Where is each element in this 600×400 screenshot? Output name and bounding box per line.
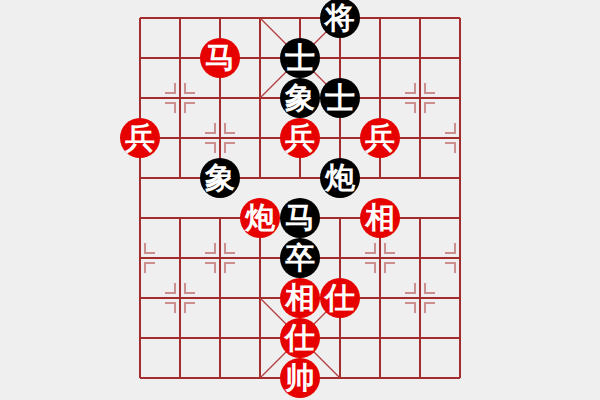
red-advisor[interactable]: 仕 [320, 278, 360, 318]
board-point-1-1[interactable] [160, 38, 200, 78]
board-point-8-9[interactable] [440, 358, 480, 398]
board-point-5-0[interactable]: 将 [320, 0, 360, 38]
board-point-8-3[interactable] [440, 118, 480, 158]
board-point-2-1[interactable]: 马 [200, 38, 240, 78]
board-point-7-0[interactable] [400, 0, 440, 38]
red-cannon[interactable]: 炮 [240, 198, 280, 238]
board-point-3-9[interactable] [240, 358, 280, 398]
board-point-8-4[interactable] [440, 158, 480, 198]
board-point-0-3[interactable]: 兵 [120, 118, 160, 158]
board-point-8-5[interactable] [440, 198, 480, 238]
board-point-2-8[interactable] [200, 318, 240, 358]
board-point-5-4[interactable]: 炮 [320, 158, 360, 198]
board-point-4-8[interactable]: 仕 [280, 318, 320, 358]
board-point-1-5[interactable] [160, 198, 200, 238]
black-advisor[interactable]: 士 [320, 78, 360, 118]
board-point-6-2[interactable] [360, 78, 400, 118]
board-point-2-7[interactable] [200, 278, 240, 318]
board-point-4-6[interactable]: 卒 [280, 238, 320, 278]
board-point-0-1[interactable] [120, 38, 160, 78]
board-point-8-7[interactable] [440, 278, 480, 318]
board-point-1-8[interactable] [160, 318, 200, 358]
board-point-3-5[interactable]: 炮 [240, 198, 280, 238]
red-elephant[interactable]: 相 [280, 278, 320, 318]
board-point-6-4[interactable] [360, 158, 400, 198]
board-point-0-2[interactable] [120, 78, 160, 118]
board-point-4-9[interactable]: 帅 [280, 358, 320, 398]
board-point-1-4[interactable] [160, 158, 200, 198]
board-point-5-6[interactable] [320, 238, 360, 278]
board-point-5-9[interactable] [320, 358, 360, 398]
board-point-1-3[interactable] [160, 118, 200, 158]
board-point-4-4[interactable] [280, 158, 320, 198]
board-point-7-8[interactable] [400, 318, 440, 358]
board-point-6-1[interactable] [360, 38, 400, 78]
board-point-8-6[interactable] [440, 238, 480, 278]
black-elephant[interactable]: 象 [280, 78, 320, 118]
board-point-4-2[interactable]: 象 [280, 78, 320, 118]
board-point-5-5[interactable] [320, 198, 360, 238]
board-point-0-9[interactable] [120, 358, 160, 398]
board-point-4-3[interactable]: 兵 [280, 118, 320, 158]
board-point-2-3[interactable] [200, 118, 240, 158]
red-pawn[interactable]: 兵 [360, 118, 400, 158]
board-point-0-5[interactable] [120, 198, 160, 238]
red-horse[interactable]: 马 [200, 38, 240, 78]
board-point-6-0[interactable] [360, 0, 400, 38]
board-point-2-5[interactable] [200, 198, 240, 238]
board-point-7-4[interactable] [400, 158, 440, 198]
board-point-6-7[interactable] [360, 278, 400, 318]
board-point-5-2[interactable]: 士 [320, 78, 360, 118]
red-pawn[interactable]: 兵 [120, 118, 160, 158]
board-point-3-8[interactable] [240, 318, 280, 358]
board-point-5-7[interactable]: 仕 [320, 278, 360, 318]
board-point-4-5[interactable]: 马 [280, 198, 320, 238]
board-point-1-2[interactable] [160, 78, 200, 118]
board-point-1-9[interactable] [160, 358, 200, 398]
board-point-1-7[interactable] [160, 278, 200, 318]
board-point-0-0[interactable] [120, 0, 160, 38]
red-general[interactable]: 帅 [280, 358, 320, 398]
board-point-8-8[interactable] [440, 318, 480, 358]
board-point-6-9[interactable] [360, 358, 400, 398]
board-point-7-2[interactable] [400, 78, 440, 118]
board-point-3-3[interactable] [240, 118, 280, 158]
board-point-1-0[interactable] [160, 0, 200, 38]
board-point-6-8[interactable] [360, 318, 400, 358]
board-point-7-1[interactable] [400, 38, 440, 78]
black-pawn[interactable]: 卒 [280, 238, 320, 278]
red-pawn[interactable]: 兵 [280, 118, 320, 158]
board-point-2-6[interactable] [200, 238, 240, 278]
board-point-6-5[interactable]: 相 [360, 198, 400, 238]
board-point-2-2[interactable] [200, 78, 240, 118]
board-point-8-0[interactable] [440, 0, 480, 38]
board-point-4-1[interactable]: 士 [280, 38, 320, 78]
board-point-1-6[interactable] [160, 238, 200, 278]
black-advisor[interactable]: 士 [280, 38, 320, 78]
board-point-3-7[interactable] [240, 278, 280, 318]
board-point-7-9[interactable] [400, 358, 440, 398]
board-point-3-2[interactable] [240, 78, 280, 118]
board-grid: 将马士象士兵兵兵象炮炮马相卒相仕仕帅 [120, 0, 480, 398]
board-point-3-1[interactable] [240, 38, 280, 78]
red-elephant[interactable]: 相 [360, 198, 400, 238]
board-point-5-8[interactable] [320, 318, 360, 358]
black-cannon[interactable]: 炮 [320, 158, 360, 198]
red-advisor[interactable]: 仕 [280, 318, 320, 358]
black-elephant[interactable]: 象 [200, 158, 240, 198]
board-point-5-1[interactable] [320, 38, 360, 78]
xiangqi-board: 将马士象士兵兵兵象炮炮马相卒相仕仕帅 [0, 0, 600, 400]
board-point-3-4[interactable] [240, 158, 280, 198]
board-point-0-6[interactable] [120, 238, 160, 278]
board-point-6-3[interactable]: 兵 [360, 118, 400, 158]
board-point-7-6[interactable] [400, 238, 440, 278]
board-point-4-0[interactable] [280, 0, 320, 38]
board-point-3-0[interactable] [240, 0, 280, 38]
board-point-2-4[interactable]: 象 [200, 158, 240, 198]
board-point-6-6[interactable] [360, 238, 400, 278]
board-point-7-7[interactable] [400, 278, 440, 318]
board-point-0-8[interactable] [120, 318, 160, 358]
board-point-3-6[interactable] [240, 238, 280, 278]
board-point-7-3[interactable] [400, 118, 440, 158]
black-general[interactable]: 将 [320, 0, 360, 38]
board-point-5-3[interactable] [320, 118, 360, 158]
board-point-0-4[interactable] [120, 158, 160, 198]
black-horse[interactable]: 马 [280, 198, 320, 238]
board-point-2-0[interactable] [200, 0, 240, 38]
board-point-8-1[interactable] [440, 38, 480, 78]
board-point-8-2[interactable] [440, 78, 480, 118]
board-point-7-5[interactable] [400, 198, 440, 238]
board-point-4-7[interactable]: 相 [280, 278, 320, 318]
board-point-2-9[interactable] [200, 358, 240, 398]
board-point-0-7[interactable] [120, 278, 160, 318]
